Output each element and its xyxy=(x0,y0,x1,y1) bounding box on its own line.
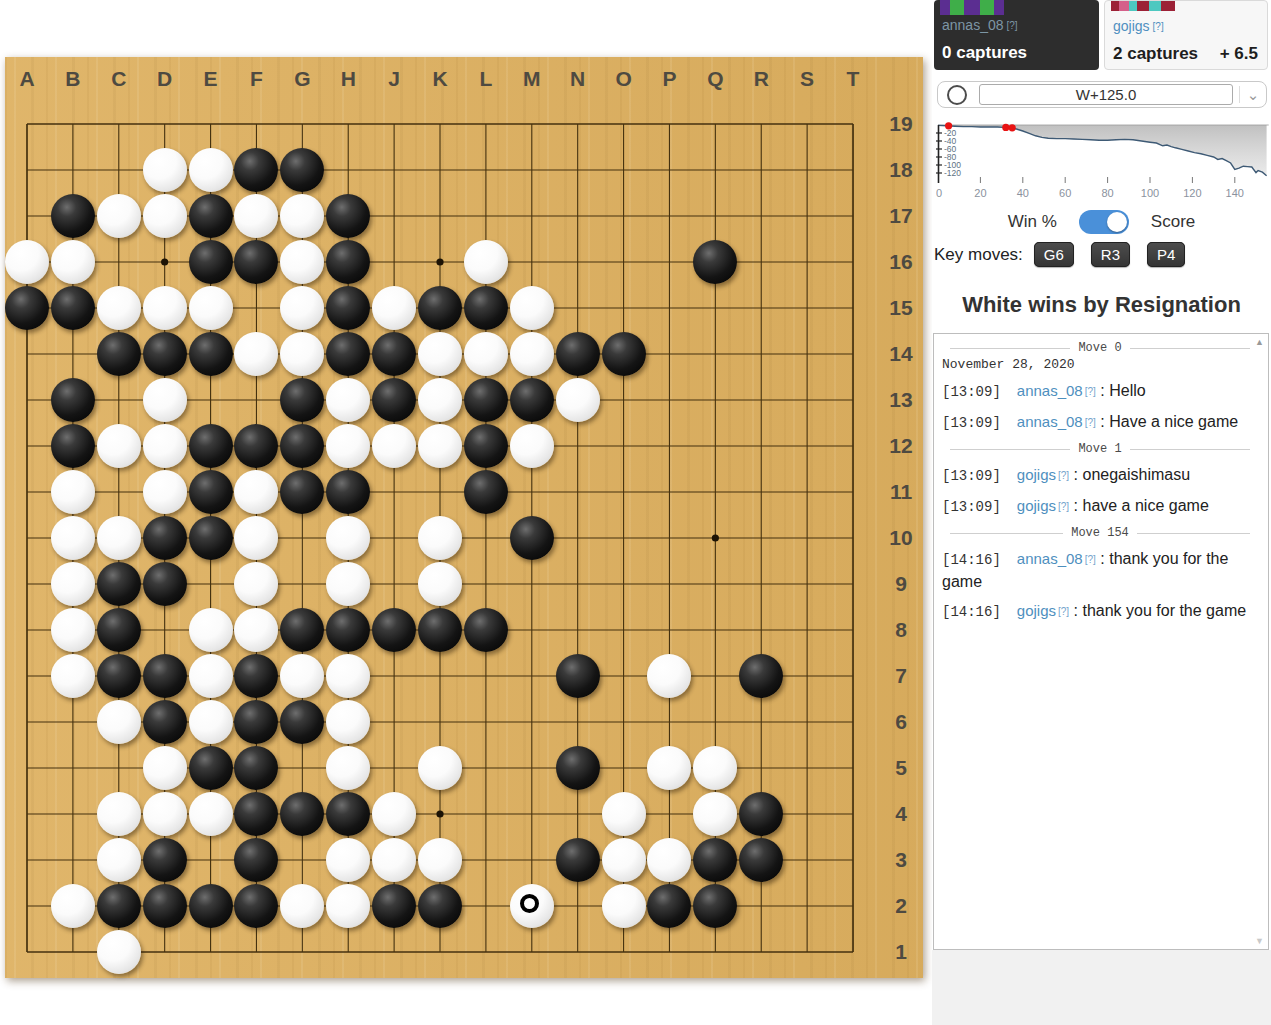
white-player-name: gojigs[?] xyxy=(1113,18,1164,34)
black-stone-R3 xyxy=(739,838,783,882)
svg-text:-120: -120 xyxy=(944,168,961,178)
svg-text:60: 60 xyxy=(1059,187,1071,199)
chat-timestamp: [13:09] xyxy=(942,468,1001,484)
white-stone-H3 xyxy=(326,838,370,882)
white-stone-L14 xyxy=(464,332,508,376)
row-label-18: 18 xyxy=(879,158,923,182)
col-label-N: N xyxy=(562,67,594,91)
white-stone-C3 xyxy=(97,838,141,882)
chat-text: : Hello xyxy=(1096,382,1146,399)
key-move-button-G6[interactable]: G6 xyxy=(1034,242,1074,267)
black-stone-O14 xyxy=(602,332,646,376)
key-move-button-R3[interactable]: R3 xyxy=(1091,242,1130,267)
komi-value: + 6.5 xyxy=(1220,44,1258,64)
white-stone-K3 xyxy=(418,838,462,882)
white-stone-E18 xyxy=(189,148,233,192)
rank-help-icon[interactable]: [?] xyxy=(1058,501,1069,512)
black-stone-K15 xyxy=(418,286,462,330)
black-stone-M13 xyxy=(510,378,554,422)
white-stone-G7 xyxy=(280,654,324,698)
white-stone-B16 xyxy=(51,240,95,284)
white-stone-K10 xyxy=(418,516,462,560)
chat-timestamp: [14:16] xyxy=(942,604,1001,620)
row-label-1: 1 xyxy=(879,940,923,964)
white-stone-C6 xyxy=(97,700,141,744)
black-stone-L13 xyxy=(464,378,508,422)
player-card-white: gojigs[?] 2 captures + 6.5 xyxy=(1104,0,1268,70)
chat-timestamp: [13:09] xyxy=(942,384,1001,400)
row-label-10: 10 xyxy=(879,526,923,550)
row-label-16: 16 xyxy=(879,250,923,274)
chat-username-link[interactable]: gojigs xyxy=(1017,497,1056,514)
white-stone-G2 xyxy=(280,884,324,928)
col-label-O: O xyxy=(608,67,640,91)
key-move-button-P4[interactable]: P4 xyxy=(1147,242,1185,267)
white-stone-A16 xyxy=(5,240,49,284)
white-stone-M15 xyxy=(510,286,554,330)
black-stone-E14 xyxy=(189,332,233,376)
black-stone-L11 xyxy=(464,470,508,514)
col-label-S: S xyxy=(791,67,823,91)
white-stone-O4 xyxy=(602,792,646,836)
chat-date: November 28, 2020 xyxy=(942,357,1258,372)
key-moves-buttons: G6R3P4 xyxy=(1023,245,1186,265)
row-label-15: 15 xyxy=(879,296,923,320)
black-stone-D2 xyxy=(143,884,187,928)
white-captures: 2 captures xyxy=(1113,44,1198,64)
black-stone-E12 xyxy=(189,424,233,468)
white-stone-B2 xyxy=(51,884,95,928)
col-label-H: H xyxy=(332,67,364,91)
chat-timestamp: [13:09] xyxy=(942,499,1001,515)
black-stone-C8 xyxy=(97,608,141,652)
white-stone-M2 xyxy=(510,884,554,928)
black-stone-G13 xyxy=(280,378,324,422)
row-label-11: 11 xyxy=(879,480,923,504)
score-graph[interactable]: -20-40-60-80-100-120020406080100120140 xyxy=(936,119,1269,207)
black-stone-H14 xyxy=(326,332,370,376)
white-stone-H5 xyxy=(326,746,370,790)
white-stone-K5 xyxy=(418,746,462,790)
black-stone-E11 xyxy=(189,470,233,514)
col-label-T: T xyxy=(837,67,869,91)
white-stone-H13 xyxy=(326,378,370,422)
white-stone-K14 xyxy=(418,332,462,376)
black-stone-B12 xyxy=(51,424,95,468)
black-stone-N14 xyxy=(556,332,600,376)
white-stone-H2 xyxy=(326,884,370,928)
black-stone-H11 xyxy=(326,470,370,514)
col-label-Q: Q xyxy=(699,67,731,91)
white-stone-G15 xyxy=(280,286,324,330)
row-label-4: 4 xyxy=(879,802,923,826)
white-stone-E4 xyxy=(189,792,233,836)
col-label-A: A xyxy=(11,67,43,91)
black-stone-B17 xyxy=(51,194,95,238)
black-stone-E17 xyxy=(189,194,233,238)
game-result: White wins by Resignation xyxy=(932,292,1271,318)
chat-message: [14:16]annas_08[?] : thank you for the g… xyxy=(942,548,1258,592)
col-label-B: B xyxy=(57,67,89,91)
black-stone-H17 xyxy=(326,194,370,238)
toggle-knob xyxy=(1107,212,1127,232)
svg-text:120: 120 xyxy=(1183,187,1201,199)
white-stone-B8 xyxy=(51,608,95,652)
white-stone-D15 xyxy=(143,286,187,330)
rank-help-icon[interactable]: [?] xyxy=(1058,606,1069,617)
white-stone-H7 xyxy=(326,654,370,698)
scroll-down-icon[interactable]: ▼ xyxy=(1255,936,1264,946)
black-stone-C14 xyxy=(97,332,141,376)
white-stone-L16 xyxy=(464,240,508,284)
chat-move-divider: Move 154 xyxy=(942,526,1258,540)
black-stone-N5 xyxy=(556,746,600,790)
black-stone-G12 xyxy=(280,424,324,468)
black-stone-G8 xyxy=(280,608,324,652)
score-estimate-field[interactable]: W+125.0 xyxy=(979,84,1233,105)
col-label-P: P xyxy=(653,67,685,91)
black-stone-N3 xyxy=(556,838,600,882)
black-stone-M10 xyxy=(510,516,554,560)
chat-message: [13:09]annas_08[?] : Have a nice game xyxy=(942,411,1258,434)
white-stone-O2 xyxy=(602,884,646,928)
rank-help-icon[interactable]: [?] xyxy=(1085,386,1096,397)
col-label-D: D xyxy=(149,67,181,91)
row-label-3: 3 xyxy=(879,848,923,872)
black-stone-H16 xyxy=(326,240,370,284)
chat-move-divider: Move 1 xyxy=(942,442,1258,456)
black-stone-J8 xyxy=(372,608,416,652)
white-stone-H6 xyxy=(326,700,370,744)
chat-text: : thank you for the game xyxy=(1069,602,1246,619)
col-label-J: J xyxy=(378,67,410,91)
row-label-9: 9 xyxy=(879,572,923,596)
white-stone-G16 xyxy=(280,240,324,284)
black-stone-K2 xyxy=(418,884,462,928)
score-label: Score xyxy=(1151,212,1195,232)
black-stone-L8 xyxy=(464,608,508,652)
white-stone-indicator-icon xyxy=(947,85,967,105)
black-stone-E16 xyxy=(189,240,233,284)
chat-timestamp: [14:16] xyxy=(942,552,1001,568)
black-stone-E5 xyxy=(189,746,233,790)
black-stone-J13 xyxy=(372,378,416,422)
col-label-R: R xyxy=(745,67,777,91)
chat-username-link[interactable]: annas_08 xyxy=(1017,413,1083,430)
white-stone-D11 xyxy=(143,470,187,514)
white-stone-D18 xyxy=(143,148,187,192)
black-stone-C9 xyxy=(97,562,141,606)
winrate-label: Win % xyxy=(1008,212,1057,232)
black-stone-H15 xyxy=(326,286,370,330)
svg-text:140: 140 xyxy=(1226,187,1244,199)
black-player-avatar[interactable] xyxy=(940,0,1004,15)
white-stone-G17 xyxy=(280,194,324,238)
row-label-6: 6 xyxy=(879,710,923,734)
rank-help-icon[interactable]: [?] xyxy=(1153,21,1164,32)
go-game-page: ABCDEFGHJKLMNOPQRST 19181716151413121110… xyxy=(0,0,1271,1025)
white-stone-B7 xyxy=(51,654,95,698)
white-stone-J4 xyxy=(372,792,416,836)
black-stone-G4 xyxy=(280,792,324,836)
white-stone-K9 xyxy=(418,562,462,606)
chevron-down-icon[interactable]: ⌄ xyxy=(1240,86,1266,104)
chat-username-link[interactable]: gojigs xyxy=(1017,602,1056,619)
svg-text:40: 40 xyxy=(1017,187,1029,199)
white-stone-D13 xyxy=(143,378,187,422)
svg-text:80: 80 xyxy=(1101,187,1113,199)
white-stone-E7 xyxy=(189,654,233,698)
black-player-link[interactable]: annas_08 xyxy=(942,17,1004,33)
white-stone-C1 xyxy=(97,930,141,974)
col-label-K: K xyxy=(424,67,456,91)
black-stone-E2 xyxy=(189,884,233,928)
black-stone-C2 xyxy=(97,884,141,928)
last-move-marker xyxy=(520,894,539,913)
white-stone-D5 xyxy=(143,746,187,790)
black-stone-H4 xyxy=(326,792,370,836)
col-label-G: G xyxy=(286,67,318,91)
white-player-link[interactable]: gojigs xyxy=(1113,18,1150,34)
col-label-L: L xyxy=(470,67,502,91)
white-stone-H12 xyxy=(326,424,370,468)
black-stone-E10 xyxy=(189,516,233,560)
black-player-name: annas_08[?] xyxy=(942,17,1018,33)
row-label-12: 12 xyxy=(879,434,923,458)
white-stone-C12 xyxy=(97,424,141,468)
row-label-17: 17 xyxy=(879,204,923,228)
white-stone-J12 xyxy=(372,424,416,468)
black-stone-A15 xyxy=(5,286,49,330)
white-stone-C4 xyxy=(97,792,141,836)
col-label-M: M xyxy=(516,67,548,91)
black-stone-L15 xyxy=(464,286,508,330)
player-card-black: annas_08[?] 0 captures xyxy=(934,0,1099,70)
white-stone-B9 xyxy=(51,562,95,606)
white-player-avatar[interactable] xyxy=(1111,1,1175,11)
white-stone-O3 xyxy=(602,838,646,882)
black-stone-D3 xyxy=(143,838,187,882)
key-moves-label: Key moves: xyxy=(934,245,1023,265)
game-sidebar: annas_08[?] 0 captures gojigs[?] 2 captu… xyxy=(932,0,1271,1025)
sidebar-footer-area xyxy=(932,950,1271,1025)
black-stone-D6 xyxy=(143,700,187,744)
black-stone-N7 xyxy=(556,654,600,698)
chat-message: [13:09]annas_08[?] : Hello xyxy=(942,380,1258,403)
chat-log[interactable]: Move 0November 28, 2020[13:09]annas_08[?… xyxy=(933,333,1269,950)
white-stone-J3 xyxy=(372,838,416,882)
white-stone-C15 xyxy=(97,286,141,330)
white-stone-N13 xyxy=(556,378,600,422)
black-stone-J2 xyxy=(372,884,416,928)
chat-timestamp: [13:09] xyxy=(942,415,1001,431)
key-moves-row: Key moves: G6R3P4 xyxy=(934,245,1271,265)
white-stone-B10 xyxy=(51,516,95,560)
board-grid xyxy=(5,57,923,978)
black-stone-H8 xyxy=(326,608,370,652)
white-stone-J15 xyxy=(372,286,416,330)
chat-text: : onegaishimasu xyxy=(1069,466,1190,483)
black-stone-J14 xyxy=(372,332,416,376)
white-stone-H10 xyxy=(326,516,370,560)
white-stone-D12 xyxy=(143,424,187,468)
white-stone-D4 xyxy=(143,792,187,836)
row-label-8: 8 xyxy=(879,618,923,642)
row-label-19: 19 xyxy=(879,112,923,136)
rank-help-icon[interactable]: [?] xyxy=(1007,20,1018,31)
white-stone-D17 xyxy=(143,194,187,238)
graph-mode-row: Win % Score xyxy=(932,210,1271,234)
white-stone-E15 xyxy=(189,286,233,330)
white-stone-B11 xyxy=(51,470,95,514)
white-stone-G14 xyxy=(280,332,324,376)
white-stone-M12 xyxy=(510,424,554,468)
black-stone-G6 xyxy=(280,700,324,744)
chat-text: : Have a nice game xyxy=(1096,413,1238,430)
row-label-14: 14 xyxy=(879,342,923,366)
black-stone-G18 xyxy=(280,148,324,192)
chat-message: [13:09]gojigs[?] : onegaishimasu xyxy=(942,464,1258,487)
black-stone-D9 xyxy=(143,562,187,606)
row-label-13: 13 xyxy=(879,388,923,412)
black-stone-D10 xyxy=(143,516,187,560)
chat-username-link[interactable]: gojigs xyxy=(1017,466,1056,483)
rank-help-icon[interactable]: [?] xyxy=(1085,417,1096,428)
chat-entries: Move 0November 28, 2020[13:09]annas_08[?… xyxy=(942,341,1258,623)
rank-help-icon[interactable]: [?] xyxy=(1058,470,1069,481)
white-stone-H9 xyxy=(326,562,370,606)
white-stone-M14 xyxy=(510,332,554,376)
row-label-2: 2 xyxy=(879,894,923,918)
svg-text:100: 100 xyxy=(1141,187,1159,199)
black-stone-D14 xyxy=(143,332,187,376)
go-board[interactable]: ABCDEFGHJKLMNOPQRST 19181716151413121110… xyxy=(5,57,923,978)
white-stone-C10 xyxy=(97,516,141,560)
black-stone-K8 xyxy=(418,608,462,652)
black-stone-R7 xyxy=(739,654,783,698)
white-stone-E6 xyxy=(189,700,233,744)
chat-username-link[interactable]: annas_08 xyxy=(1017,382,1083,399)
white-stone-E8 xyxy=(189,608,233,652)
black-stone-R4 xyxy=(739,792,783,836)
col-label-C: C xyxy=(103,67,135,91)
black-stone-B13 xyxy=(51,378,95,422)
black-stone-L12 xyxy=(464,424,508,468)
rank-help-icon[interactable]: [?] xyxy=(1085,554,1096,565)
col-label-E: E xyxy=(195,67,227,91)
analysis-bar: W+125.0 ⌄ xyxy=(937,81,1267,108)
scroll-up-icon[interactable]: ▲ xyxy=(1255,337,1264,347)
black-stone-C7 xyxy=(97,654,141,698)
svg-text:20: 20 xyxy=(974,187,986,199)
chat-move-divider: Move 0 xyxy=(942,341,1258,355)
chat-text: : have a nice game xyxy=(1069,497,1209,514)
chat-username-link[interactable]: annas_08 xyxy=(1017,550,1083,567)
black-stone-G11 xyxy=(280,470,324,514)
chat-message: [13:09]gojigs[?] : have a nice game xyxy=(942,495,1258,518)
svg-text:0: 0 xyxy=(936,187,942,199)
col-label-F: F xyxy=(240,67,272,91)
winrate-score-toggle[interactable] xyxy=(1079,210,1129,234)
row-label-7: 7 xyxy=(879,664,923,688)
white-stone-K13 xyxy=(418,378,462,422)
row-label-5: 5 xyxy=(879,756,923,780)
white-stone-K12 xyxy=(418,424,462,468)
black-stone-B15 xyxy=(51,286,95,330)
black-captures: 0 captures xyxy=(942,43,1027,63)
chat-message: [14:16]gojigs[?] : thank you for the gam… xyxy=(942,600,1258,623)
white-stone-C17 xyxy=(97,194,141,238)
black-stone-D7 xyxy=(143,654,187,698)
